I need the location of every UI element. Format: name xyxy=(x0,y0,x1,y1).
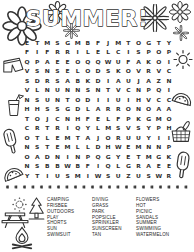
cut-line xyxy=(5,185,190,190)
grid-cell[interactable]: Z xyxy=(123,171,133,180)
grid-cell[interactable]: A xyxy=(93,104,103,113)
grid-cell[interactable]: O xyxy=(164,114,174,123)
grid-cell[interactable]: S xyxy=(83,85,93,94)
grid-cell[interactable]: T xyxy=(154,38,164,47)
grid-cell[interactable]: S xyxy=(52,66,62,75)
grid-cell[interactable]: Y xyxy=(113,152,123,161)
grid-cell[interactable]: P xyxy=(123,114,133,123)
flower-burst-icon xyxy=(173,25,189,41)
grid-cell[interactable]: N xyxy=(73,152,83,161)
word-list-item[interactable]: SWIMSUIT xyxy=(47,232,74,238)
grid-cell[interactable]: C xyxy=(164,95,174,104)
grid-cell[interactable]: C xyxy=(52,114,62,123)
grid-cell[interactable]: U xyxy=(52,171,62,180)
grid-cell[interactable]: S xyxy=(52,76,62,85)
grid-cell[interactable]: O xyxy=(73,57,83,66)
grid-cell[interactable]: I xyxy=(123,95,133,104)
grid-cell[interactable]: N xyxy=(154,142,164,151)
grid-cell[interactable]: I xyxy=(103,95,113,104)
grid-cell[interactable]: T xyxy=(32,38,42,47)
grid-cell[interactable]: G xyxy=(103,152,113,161)
grid-cell[interactable]: U xyxy=(133,171,143,180)
grid-cell[interactable]: E xyxy=(63,57,73,66)
grid-cell[interactable]: H xyxy=(73,114,83,123)
grid-cell[interactable]: O xyxy=(154,47,164,56)
grid-cell[interactable]: S xyxy=(32,161,42,170)
grid-cell[interactable]: I xyxy=(63,152,73,161)
grid-cell[interactable]: Q xyxy=(103,161,113,170)
grid-cell[interactable]: H xyxy=(164,123,174,132)
grid-cell[interactable]: V xyxy=(133,66,143,75)
grid-cell[interactable]: D xyxy=(32,76,42,85)
grid-cell[interactable]: E xyxy=(154,161,164,170)
letter-grid: ETMSGMBFJMTOGTYFIFRRILELCISPOPQPAEEOQQWU… xyxy=(22,38,174,180)
grid-cell[interactable]: L xyxy=(103,47,113,56)
grid-cell[interactable]: Y xyxy=(83,123,93,132)
campfire-icon xyxy=(9,226,35,250)
grid-cell[interactable]: T xyxy=(22,114,32,123)
grid-cell[interactable]: U xyxy=(113,57,123,66)
grid-cell[interactable]: N xyxy=(52,152,62,161)
grid-cell[interactable]: V xyxy=(22,66,32,75)
grid-cell[interactable]: N xyxy=(93,85,103,94)
grid-cell[interactable]: N xyxy=(164,76,174,85)
word-list-item[interactable]: WATERMELON xyxy=(136,232,169,238)
grid-cell[interactable]: I xyxy=(32,47,42,56)
grid-cell[interactable]: A xyxy=(144,76,154,85)
grid-cell[interactable]: S xyxy=(144,171,154,180)
grid-cell[interactable]: I xyxy=(103,76,113,85)
grid-cell[interactable]: N xyxy=(22,95,32,104)
grid-cell[interactable]: R xyxy=(133,161,143,170)
grid-cell[interactable]: D xyxy=(93,142,103,151)
grid-cell[interactable]: G xyxy=(63,38,73,47)
grid-cell[interactable]: M xyxy=(63,142,73,151)
grid-cell[interactable]: O xyxy=(123,104,133,113)
grid-cell[interactable]: D xyxy=(83,95,93,104)
grid-cell[interactable]: R xyxy=(113,104,123,113)
grid-cell[interactable]: O xyxy=(144,104,154,113)
grid-cell[interactable]: F xyxy=(42,47,52,56)
page-title: SUMMER! xyxy=(26,6,148,31)
grid-cell[interactable]: U xyxy=(113,171,123,180)
grid-cell[interactable]: L xyxy=(73,142,83,151)
grid-cell[interactable]: Q xyxy=(22,57,32,66)
grid-cell[interactable]: C xyxy=(154,95,164,104)
grid-cell[interactable]: S xyxy=(52,104,62,113)
popsicle-icon xyxy=(0,124,24,159)
grid-cell[interactable]: P xyxy=(164,142,174,151)
flower-burst-icon xyxy=(141,4,169,32)
grid-cell[interactable]: R xyxy=(42,76,52,85)
grid-cell[interactable]: L xyxy=(42,133,52,142)
grid-cell[interactable]: I xyxy=(164,133,174,142)
grid-cell[interactable]: F xyxy=(93,38,103,47)
grid-cell[interactable]: Y xyxy=(22,171,32,180)
grid-cell[interactable]: A xyxy=(133,57,143,66)
grid-cell[interactable]: P xyxy=(83,152,93,161)
word-list-item[interactable]: TAN xyxy=(92,232,122,238)
grid-cell[interactable]: P xyxy=(144,47,154,56)
grid-cell[interactable]: P xyxy=(154,123,164,132)
grid-cell[interactable]: O xyxy=(123,66,133,75)
grid-cell[interactable]: F xyxy=(123,57,133,66)
grid-cell[interactable]: L xyxy=(83,104,93,113)
grid-cell[interactable]: O xyxy=(103,133,113,142)
grid-cell[interactable]: F xyxy=(83,161,93,170)
grid-cell[interactable]: A xyxy=(154,104,164,113)
grid-cell[interactable]: D xyxy=(73,104,83,113)
grid-cell[interactable]: T xyxy=(63,95,73,104)
grid-cell[interactable]: L xyxy=(73,66,83,75)
grid-cell[interactable]: R xyxy=(113,133,123,142)
grid-cell[interactable]: C xyxy=(123,85,133,94)
grid-cell[interactable]: E xyxy=(93,47,103,56)
grid-cell[interactable]: M xyxy=(103,123,113,132)
grid-cell[interactable]: B xyxy=(83,38,93,47)
grid-cell[interactable]: D xyxy=(93,76,103,85)
grid-cell[interactable]: L xyxy=(83,47,93,56)
grid-cell[interactable]: W xyxy=(103,57,113,66)
grid-cell[interactable]: M xyxy=(63,133,73,142)
grid-cell[interactable]: I xyxy=(164,85,174,94)
grid-cell[interactable]: P xyxy=(144,85,154,94)
grid-cell[interactable]: O xyxy=(133,38,143,47)
word-column-2: DIVINGGRASSPARKPOPSICLESPRINKLERSUNSCREE… xyxy=(92,197,122,237)
grid-cell[interactable]: E xyxy=(164,161,174,170)
grid-cell[interactable]: T xyxy=(73,133,83,142)
grid-cell[interactable]: U xyxy=(42,95,52,104)
grid-cell[interactable]: Q xyxy=(93,57,103,66)
grid-cell[interactable]: N xyxy=(73,85,83,94)
grid-cell[interactable]: L xyxy=(32,85,42,94)
grid-cell[interactable]: I xyxy=(42,171,52,180)
grid-cell[interactable]: A xyxy=(42,57,52,66)
grid-cell[interactable]: M xyxy=(113,38,123,47)
grid-cell[interactable]: S xyxy=(133,123,143,132)
grid-cell[interactable]: A xyxy=(83,133,93,142)
pine-tree-icon xyxy=(26,195,47,225)
grid-cell[interactable]: Z xyxy=(154,76,164,85)
daisy-flower-icon xyxy=(169,1,191,23)
grid-cell[interactable]: N xyxy=(63,114,73,123)
grid-cell[interactable]: R xyxy=(52,123,62,132)
grid-cell[interactable]: Y xyxy=(144,123,154,132)
grid-cell[interactable]: G xyxy=(144,114,154,123)
grid-cell[interactable]: T xyxy=(32,171,42,180)
grid-cell[interactable]: E xyxy=(22,38,32,47)
grid-cell[interactable]: K xyxy=(83,76,93,85)
grid-cell[interactable]: F xyxy=(22,47,32,56)
grid-cell[interactable]: H xyxy=(133,95,143,104)
grid-cell[interactable]: N xyxy=(133,104,143,113)
drink-icon xyxy=(4,88,24,123)
grid-cell[interactable]: U xyxy=(123,133,133,142)
grid-cell[interactable]: K xyxy=(144,57,154,66)
grid-cell[interactable]: I xyxy=(63,123,73,132)
grid-cell[interactable]: O xyxy=(73,95,83,104)
grid-cell[interactable]: S xyxy=(103,171,113,180)
grid-cell[interactable]: L xyxy=(83,142,93,151)
grid-cell[interactable]: B xyxy=(73,76,83,85)
grid-cell[interactable]: H xyxy=(32,104,42,113)
grid-cell[interactable]: E xyxy=(52,142,62,151)
grid-cell[interactable]: E xyxy=(123,142,133,151)
grid-cell[interactable]: S xyxy=(32,66,42,75)
grid-cell[interactable]: L xyxy=(113,161,123,170)
grid-cell[interactable]: O xyxy=(22,152,32,161)
grid-cell[interactable]: S xyxy=(52,38,62,47)
grid-cell[interactable]: N xyxy=(22,161,32,170)
grid-cell[interactable]: L xyxy=(103,114,113,123)
grid-cell[interactable]: R xyxy=(52,47,62,56)
grid-cell[interactable]: G xyxy=(144,38,154,47)
grid-cell[interactable]: S xyxy=(32,95,42,104)
grid-cell[interactable]: S xyxy=(133,47,143,56)
grid-cell[interactable]: N xyxy=(52,95,62,104)
grid-cell[interactable]: A xyxy=(63,76,73,85)
grid-cell[interactable]: T xyxy=(32,133,42,142)
grid-cell[interactable]: N xyxy=(144,142,154,151)
grid-cell[interactable]: I xyxy=(164,57,174,66)
grid-cell[interactable]: A xyxy=(113,76,123,85)
grid-cell[interactable]: R xyxy=(32,123,42,132)
grid-cell[interactable]: T xyxy=(123,38,133,47)
grid-cell[interactable]: W xyxy=(93,171,103,180)
grid-cell[interactable]: N xyxy=(42,85,52,94)
grid-cell[interactable]: V xyxy=(154,66,164,75)
grid-cell[interactable]: H xyxy=(22,104,32,113)
grid-cell[interactable]: S xyxy=(32,142,42,151)
grid-cell[interactable]: G xyxy=(154,152,164,161)
grid-cell[interactable]: W xyxy=(63,161,73,170)
word-column-3: FLOWERSHOTPICNICSANDALSSUMMERSWIMMINGWAT… xyxy=(136,197,169,237)
popsicle-icon xyxy=(172,148,194,184)
grid-cell[interactable]: E xyxy=(123,152,133,161)
grid-cell[interactable]: S xyxy=(103,66,113,75)
grid-cell[interactable]: G xyxy=(123,161,133,170)
grid-cell[interactable]: M xyxy=(73,171,83,180)
grid-cell[interactable]: J xyxy=(133,76,143,85)
grid-cell[interactable]: H xyxy=(103,142,113,151)
grid-cell[interactable]: J xyxy=(103,38,113,47)
grid-cell[interactable]: Q xyxy=(154,85,164,94)
grid-cell[interactable]: M xyxy=(42,38,52,47)
grid-cell[interactable]: F xyxy=(113,114,123,123)
grid-cell[interactable]: N xyxy=(63,85,73,94)
grid-cell[interactable]: E xyxy=(52,57,62,66)
grid-cell[interactable]: V xyxy=(22,85,32,94)
grid-cell[interactable]: N xyxy=(133,85,143,94)
grid-cell[interactable]: W xyxy=(113,142,123,151)
grid-cell[interactable]: J xyxy=(42,114,52,123)
grid-cell[interactable]: B xyxy=(42,161,52,170)
grid-cell[interactable]: E xyxy=(63,66,73,75)
grid-cell[interactable]: A xyxy=(164,104,174,113)
grid-cell[interactable]: T xyxy=(42,123,52,132)
grid-cell[interactable]: W xyxy=(154,171,164,180)
grid-cell[interactable]: B xyxy=(52,161,62,170)
grid-cell[interactable]: U xyxy=(113,95,123,104)
grid-cell[interactable]: M xyxy=(154,114,164,123)
grid-cell[interactable]: O xyxy=(32,114,42,123)
grid-cell[interactable]: U xyxy=(123,76,133,85)
word-search-worksheet: SUMMER! xyxy=(0,0,194,252)
grid-cell[interactable]: R xyxy=(144,66,154,75)
grid-cell[interactable]: Y xyxy=(164,38,174,47)
grid-cell[interactable]: P xyxy=(164,47,174,56)
grid-cell[interactable]: I xyxy=(83,171,93,180)
grid-cell[interactable]: M xyxy=(73,38,83,47)
sun-icon xyxy=(172,45,194,74)
grid-cell[interactable]: V xyxy=(123,123,133,132)
grid-cell[interactable]: M xyxy=(144,152,154,161)
grid-cell[interactable]: P xyxy=(32,57,42,66)
grid-cell[interactable]: Y xyxy=(144,133,154,142)
grid-cell[interactable]: M xyxy=(133,142,143,151)
grid-cell[interactable]: I xyxy=(154,133,164,142)
grid-cell[interactable]: D xyxy=(42,152,52,161)
grid-cell[interactable]: L xyxy=(93,123,103,132)
grid-cell[interactable]: K xyxy=(133,114,143,123)
grid-cell[interactable]: O xyxy=(154,57,164,66)
grid-cell[interactable]: T xyxy=(42,142,52,151)
word-list-item[interactable]: SPRINKLER xyxy=(92,220,122,226)
grid-cell[interactable]: R xyxy=(103,104,113,113)
grid-cell[interactable]: N xyxy=(22,142,32,151)
grid-cell[interactable]: N xyxy=(42,66,52,75)
grid-cell[interactable]: U xyxy=(52,85,62,94)
grid-cell[interactable]: I xyxy=(73,47,83,56)
grid-cell[interactable]: E xyxy=(52,133,62,142)
grid-cell[interactable]: K xyxy=(113,66,123,75)
grid-cell[interactable]: C xyxy=(113,47,123,56)
word-column-1: CAMPINGFRISBEEOUTDOORSPLAYSHORTSSUNSWIMS… xyxy=(47,197,74,237)
grid-cell[interactable]: D xyxy=(93,66,103,75)
grid-cell[interactable]: U xyxy=(133,133,143,142)
grid-cell[interactable]: V xyxy=(113,85,123,94)
grid-cell[interactable]: O xyxy=(22,133,32,142)
grid-cell[interactable]: S xyxy=(22,76,32,85)
grid-cell[interactable]: J xyxy=(93,133,103,142)
grid-cell[interactable]: Q xyxy=(83,57,93,66)
grid-cell[interactable]: G xyxy=(63,104,73,113)
grid-cell[interactable]: K xyxy=(164,152,174,161)
grid-cell[interactable]: R xyxy=(164,171,174,180)
grid-cell[interactable]: I xyxy=(93,95,103,104)
grid-cell[interactable]: S xyxy=(42,104,52,113)
grid-cell[interactable]: V xyxy=(144,95,154,104)
grid-cell[interactable]: C xyxy=(22,123,32,132)
grid-cell[interactable]: O xyxy=(83,66,93,75)
grid-cell[interactable]: S xyxy=(113,123,123,132)
grid-cell[interactable]: B xyxy=(73,161,83,170)
grid-cell[interactable]: I xyxy=(123,47,133,56)
grid-cell[interactable]: Q xyxy=(73,123,83,132)
grid-cell[interactable]: E xyxy=(93,114,103,123)
grid-cell[interactable]: Q xyxy=(93,152,103,161)
grid-cell[interactable]: C xyxy=(164,66,174,75)
grid-cell[interactable]: R xyxy=(63,47,73,56)
word-list-item[interactable]: OUTDOORS xyxy=(47,209,74,215)
grid-cell[interactable]: A xyxy=(32,152,42,161)
grid-cell[interactable]: A xyxy=(144,161,154,170)
grid-cell[interactable]: T xyxy=(103,85,113,94)
grid-cell[interactable]: F xyxy=(83,114,93,123)
grid-cell[interactable]: I xyxy=(93,161,103,170)
grid-cell[interactable]: S xyxy=(63,171,73,180)
grid-cell[interactable]: T xyxy=(133,152,143,161)
